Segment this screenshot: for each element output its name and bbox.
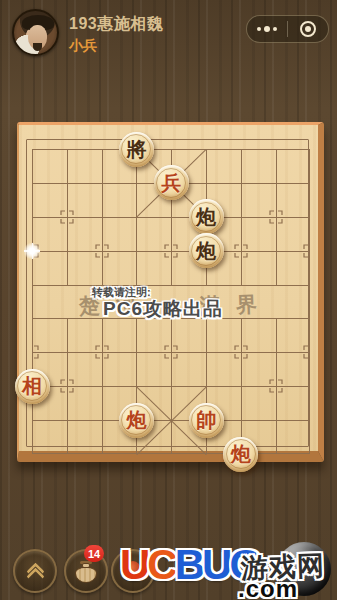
point-marker [268,378,284,394]
piece-black-炮[interactable]: 炮 [189,233,224,268]
header: 193惠施相魏 小兵 [0,0,337,64]
sparkle-effect [23,242,41,260]
point-marker [233,243,249,259]
close-circle-icon [300,21,316,37]
piece-black-將[interactable]: 將 [119,132,154,167]
brand-letter: C [147,541,174,588]
point-marker [233,344,249,360]
close-button[interactable] [288,16,328,42]
point-marker [94,243,110,259]
avatar-beard [33,43,42,51]
expand-menu-button[interactable] [13,549,57,593]
more-dots-icon [257,26,277,32]
point-marker [94,344,110,360]
piece-red-兵[interactable]: 兵 [154,165,189,200]
xiangqi-board[interactable]: 楚河 漢界 將兵炮炮相炮帥炮 [17,122,324,462]
point-marker [59,209,75,225]
brand-letter: U [202,541,229,588]
level-title: 193惠施相魏 [69,14,163,35]
piece-red-炮[interactable]: 炮 [119,403,154,438]
chevron-up-icon [29,565,42,583]
point-marker [24,243,40,259]
level-subtitle: 小兵 [69,37,97,55]
piece-black-炮[interactable]: 炮 [189,199,224,234]
piece-red-相[interactable]: 相 [15,369,50,404]
brand-letter: B [175,541,202,588]
watermark-pc6: PC6攻略出品 [103,296,223,322]
point-marker [24,344,40,360]
piece-layer: 將兵炮炮相炮帥炮 [19,125,318,451]
piece-red-帥[interactable]: 帥 [189,403,224,438]
miniprogram-capsule [246,15,329,43]
more-button[interactable] [247,16,287,42]
piece-red-炮[interactable]: 炮 [223,437,258,472]
point-marker [302,243,318,259]
money-bag-icon [74,561,98,583]
watermark-domain: .com [238,575,298,600]
point-marker [268,209,284,225]
point-marker [163,243,179,259]
point-marker [163,344,179,360]
brand-letter: U [120,541,147,588]
hint-count-badge: 14 [84,545,104,562]
avatar [12,9,59,56]
point-marker [59,378,75,394]
point-marker [302,344,318,360]
